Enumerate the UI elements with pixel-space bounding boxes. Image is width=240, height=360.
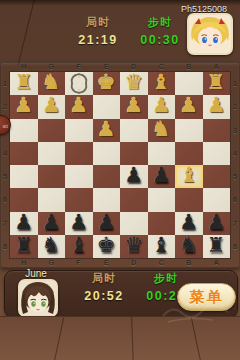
piece-black-rook[interactable]: ♜ [207, 235, 226, 256]
piece-white-pawn[interactable]: ♟ [42, 95, 61, 116]
bottom-game-time-label: 局时 [80, 271, 128, 286]
piece-white-pawn[interactable]: ♟ [207, 95, 226, 116]
square-g3[interactable] [38, 119, 66, 142]
file-label-b: B [175, 258, 203, 268]
square-a6[interactable] [203, 188, 231, 211]
bottom-game-time-value: 20:52 [80, 289, 128, 303]
rank-label-6: 6 [0, 188, 10, 211]
square-f6[interactable] [65, 188, 93, 211]
square-f8[interactable]: ♝ [65, 235, 93, 258]
square-a1[interactable]: ♜ [203, 72, 231, 95]
rank-label-3: 3 [230, 119, 240, 142]
piece-white-pawn[interactable]: ♟ [124, 95, 143, 116]
rank-label-1: 1 [0, 72, 10, 95]
rank-label-7: 7 [0, 212, 10, 235]
piece-black-bishop[interactable]: ♝ [152, 235, 171, 256]
square-b8[interactable]: ♞ [175, 235, 203, 258]
square-e8[interactable]: ♚ [93, 235, 121, 258]
top-timer-block: 局时 21:19 步时 00:30 [74, 15, 184, 47]
rank-label-8: 8 [230, 235, 240, 258]
square-h7[interactable]: ♟ [10, 212, 38, 235]
bottom-player-name: June [16, 268, 56, 279]
top-player-avatar[interactable] [187, 13, 233, 55]
square-f5[interactable] [65, 165, 93, 188]
square-b5[interactable]: ♝ [175, 165, 203, 188]
piece-white-pawn[interactable]: ♟ [69, 95, 88, 116]
wood-carving-decoration [158, 296, 238, 326]
piece-white-rook[interactable]: ♜ [207, 72, 226, 93]
square-d1[interactable]: ♛ [120, 72, 148, 95]
piece-black-pawn[interactable]: ♟ [124, 165, 143, 186]
piece-black-pawn[interactable]: ♟ [207, 212, 226, 233]
piece-white-king[interactable]: ♚ [97, 72, 116, 93]
piece-white-bishop[interactable]: ♝ [179, 165, 198, 186]
square-b1[interactable] [175, 72, 203, 95]
square-f3[interactable] [65, 119, 93, 142]
square-c6[interactable] [148, 188, 176, 211]
piece-black-pawn[interactable]: ♟ [152, 165, 171, 186]
top-move-time-value: 00:30 [136, 33, 184, 47]
square-g2[interactable]: ♟ [38, 95, 66, 118]
piece-white-pawn[interactable]: ♟ [97, 119, 116, 140]
square-g8[interactable]: ♞ [38, 235, 66, 258]
piece-white-pawn[interactable]: ♟ [179, 95, 198, 116]
file-label-b: B [175, 62, 203, 72]
piece-white-pawn[interactable]: ♟ [14, 95, 33, 116]
rank-label-8: 8 [0, 235, 10, 258]
piece-black-queen[interactable]: ♛ [124, 235, 143, 256]
square-d6[interactable] [120, 188, 148, 211]
piece-black-bishop[interactable]: ♝ [69, 235, 88, 256]
square-b4[interactable] [175, 142, 203, 165]
file-label-f: F [65, 62, 93, 72]
square-f7[interactable]: ♟ [65, 212, 93, 235]
file-label-d: D [120, 258, 148, 268]
square-b2[interactable]: ♟ [175, 95, 203, 118]
square-e6[interactable] [93, 188, 121, 211]
square-g7[interactable]: ♟ [38, 212, 66, 235]
top-game-time-value: 21:19 [74, 33, 122, 47]
top-avatar-image [189, 15, 231, 53]
square-e5[interactable] [93, 165, 121, 188]
piece-black-knight[interactable]: ♞ [179, 235, 198, 256]
piece-black-king[interactable]: ♚ [97, 235, 116, 256]
move-origin-marker [67, 74, 91, 93]
square-c7[interactable] [148, 212, 176, 235]
piece-black-pawn[interactable]: ♟ [69, 212, 88, 233]
square-a2[interactable]: ♟ [203, 95, 231, 118]
piece-white-bishop[interactable]: ♝ [152, 72, 171, 93]
square-d3[interactable] [120, 119, 148, 142]
piece-black-pawn[interactable]: ♟ [14, 212, 33, 233]
rank-label-4: 4 [0, 142, 10, 165]
square-c5[interactable]: ♟ [148, 165, 176, 188]
bottom-game-timer: 局时 20:52 [80, 271, 128, 303]
file-label-a: A [203, 258, 231, 268]
square-d4[interactable] [120, 142, 148, 165]
file-label-e: E [93, 258, 121, 268]
rank-label-1: 1 [230, 72, 240, 95]
rank-label-7: 7 [230, 212, 240, 235]
floor-plank-seam [53, 317, 64, 360]
rank-label-2: 2 [230, 95, 240, 118]
piece-white-queen[interactable]: ♛ [124, 72, 143, 93]
square-b7[interactable]: ♟ [175, 212, 203, 235]
square-h1[interactable]: ♜ [10, 72, 38, 95]
square-f4[interactable] [65, 142, 93, 165]
wood-seam [18, 0, 36, 65]
rank-label-4: 4 [230, 142, 240, 165]
rank-labels-right: 12345678 [230, 72, 240, 258]
file-label-f: F [65, 258, 93, 268]
square-h2[interactable]: ♟ [10, 95, 38, 118]
square-b3[interactable] [175, 119, 203, 142]
square-e2[interactable] [93, 95, 121, 118]
square-a8[interactable]: ♜ [203, 235, 231, 258]
square-d2[interactable]: ♟ [120, 95, 148, 118]
square-d7[interactable] [120, 212, 148, 235]
piece-white-pawn[interactable]: ♟ [152, 95, 171, 116]
file-label-g: G [38, 258, 66, 268]
piece-black-knight[interactable]: ♞ [42, 235, 61, 256]
square-e1[interactable]: ♚ [93, 72, 121, 95]
square-g5[interactable] [38, 165, 66, 188]
square-h3[interactable] [10, 119, 38, 142]
rank-label-5: 5 [230, 165, 240, 188]
top-move-time-label: 步时 [136, 15, 184, 30]
square-e4[interactable] [93, 142, 121, 165]
square-f2[interactable]: ♟ [65, 95, 93, 118]
piece-black-rook[interactable]: ♜ [14, 235, 33, 256]
square-a4[interactable] [203, 142, 231, 165]
square-g1[interactable]: ♞ [38, 72, 66, 95]
floor-plank-seam [131, 317, 134, 360]
square-a5[interactable] [203, 165, 231, 188]
piece-black-pawn[interactable]: ♟ [42, 212, 61, 233]
piece-white-rook[interactable]: ♜ [14, 72, 33, 93]
square-h6[interactable] [10, 188, 38, 211]
square-f1[interactable] [65, 72, 93, 95]
square-c2[interactable]: ♟ [148, 95, 176, 118]
bottom-player-avatar[interactable] [18, 279, 58, 317]
square-h5[interactable] [10, 165, 38, 188]
square-g4[interactable] [38, 142, 66, 165]
square-a7[interactable]: ♟ [203, 212, 231, 235]
square-h8[interactable]: ♜ [10, 235, 38, 258]
board-frame: HGFEDCBA HGFEDCBA 12345678 12345678 ♜♞♚♛… [0, 62, 240, 268]
piece-black-pawn[interactable]: ♟ [179, 212, 198, 233]
bottom-move-time-label: 步时 [142, 271, 190, 286]
piece-white-knight[interactable]: ♞ [152, 119, 171, 140]
square-c3[interactable]: ♞ [148, 119, 176, 142]
square-c1[interactable]: ♝ [148, 72, 176, 95]
square-c8[interactable]: ♝ [148, 235, 176, 258]
square-e7[interactable]: ♟ [93, 212, 121, 235]
file-label-c: C [148, 258, 176, 268]
file-labels-bottom: HGFEDCBA [10, 258, 230, 268]
top-move-timer: 步时 00:30 [136, 15, 184, 47]
square-a3[interactable] [203, 119, 231, 142]
square-d8[interactable]: ♛ [120, 235, 148, 258]
chess-board: ♜♞♚♛♝♜♟♟♟♟♟♟♟♟♞♟♟♝♟♟♟♟♟♟♜♞♝♚♛♝♞♜ [10, 72, 230, 258]
square-c4[interactable] [148, 142, 176, 165]
square-g6[interactable] [38, 188, 66, 211]
square-e3[interactable]: ♟ [93, 119, 121, 142]
rank-labels-left: 12345678 [0, 72, 10, 258]
app-screen: Ph5125008 局时 21:19 步时 00:30 [0, 0, 240, 360]
square-b6[interactable] [175, 188, 203, 211]
top-game-time-label: 局时 [74, 15, 122, 30]
rank-label-6: 6 [230, 188, 240, 211]
bottom-avatar-image [20, 281, 56, 315]
square-d5[interactable]: ♟ [120, 165, 148, 188]
file-label-h: H [10, 258, 38, 268]
piece-white-knight[interactable]: ♞ [42, 72, 61, 93]
square-h4[interactable] [10, 142, 38, 165]
piece-black-pawn[interactable]: ♟ [97, 212, 116, 233]
top-game-timer: 局时 21:19 [74, 15, 122, 47]
rank-label-5: 5 [0, 165, 10, 188]
